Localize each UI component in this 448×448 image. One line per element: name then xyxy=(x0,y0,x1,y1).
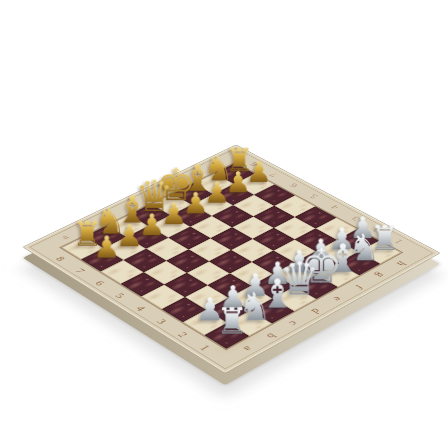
gold-pawn-a7[interactable]: ♟ xyxy=(93,232,120,262)
product-photo-stage: abcdefgh8♜♞♝♛♚♝♞♜87♟♟♟♟♟♟♟♟7665544332♟♟♟… xyxy=(0,0,448,448)
square-c5[interactable] xyxy=(166,249,209,272)
silver-rook-a1[interactable]: ♜ xyxy=(216,303,248,339)
chessboard-scene: abcdefgh8♜♞♝♛♚♝♞♜87♟♟♟♟♟♟♟♟7665544332♟♟♟… xyxy=(24,145,440,373)
board-surface: abcdefgh8♜♞♝♛♚♝♞♜87♟♟♟♟♟♟♟♟7665544332♟♟♟… xyxy=(24,145,440,373)
